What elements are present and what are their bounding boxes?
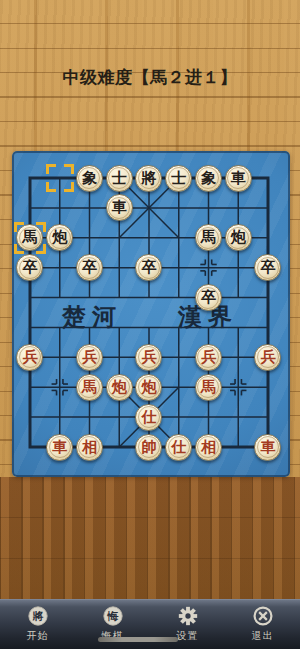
intersection-c7r7[interactable] bbox=[223, 372, 253, 402]
start-button-label: 开始 bbox=[27, 629, 49, 643]
piece-black-horse[interactable]: 馬 bbox=[16, 224, 43, 251]
intersection-c0r1[interactable] bbox=[15, 193, 45, 223]
intersection-c7r1[interactable] bbox=[223, 193, 253, 223]
start-piece-icon: 將 bbox=[27, 605, 49, 627]
intersection-c0r3[interactable]: 卒 bbox=[15, 253, 45, 283]
intersection-c7r4[interactable] bbox=[223, 283, 253, 313]
home-indicator[interactable] bbox=[98, 637, 178, 642]
intersection-c2r0[interactable]: 象 bbox=[75, 163, 105, 193]
intersection-c2r8[interactable] bbox=[75, 402, 105, 432]
intersection-c4r9[interactable]: 帥 bbox=[134, 432, 164, 462]
settings-button[interactable]: 设置 bbox=[150, 600, 225, 649]
intersection-c8r1[interactable] bbox=[253, 193, 283, 223]
intersection-c6r9[interactable]: 相 bbox=[194, 432, 224, 462]
intersection-c7r2[interactable]: 炮 bbox=[223, 223, 253, 253]
piece-red-cannon[interactable]: 炮 bbox=[135, 374, 162, 401]
intersection-c5r4[interactable] bbox=[164, 283, 194, 313]
intersection-c5r5[interactable] bbox=[164, 313, 194, 343]
bottom-toolbar: 將 开始 悔 悔棋 设置 bbox=[0, 599, 300, 649]
piece-black-advisor[interactable]: 士 bbox=[106, 165, 133, 192]
intersection-c6r3[interactable] bbox=[194, 253, 224, 283]
intersection-c8r8[interactable] bbox=[253, 402, 283, 432]
intersection-c2r4[interactable] bbox=[75, 283, 105, 313]
intersection-c3r3[interactable] bbox=[104, 253, 134, 283]
piece-red-general[interactable]: 帥 bbox=[135, 434, 162, 461]
intersection-c8r5[interactable] bbox=[253, 313, 283, 343]
piece-black-cannon[interactable]: 炮 bbox=[225, 224, 252, 251]
intersection-c6r2[interactable]: 馬 bbox=[194, 223, 224, 253]
piece-red-elephant[interactable]: 相 bbox=[195, 434, 222, 461]
intersection-c8r2[interactable] bbox=[253, 223, 283, 253]
intersection-c6r5[interactable] bbox=[194, 313, 224, 343]
intersection-c1r0[interactable] bbox=[45, 163, 75, 193]
piece-red-soldier[interactable]: 兵 bbox=[254, 344, 281, 371]
intersection-c4r3[interactable]: 卒 bbox=[134, 253, 164, 283]
intersection-c2r2[interactable] bbox=[75, 223, 105, 253]
intersection-c2r5[interactable] bbox=[75, 313, 105, 343]
intersection-c5r3[interactable] bbox=[164, 253, 194, 283]
intersection-c7r6[interactable] bbox=[223, 342, 253, 372]
intersection-c1r7[interactable] bbox=[45, 372, 75, 402]
intersection-c7r8[interactable] bbox=[223, 402, 253, 432]
app-screen: 中级难度【馬２进１】 楚河 漢界 象士將士象車車馬炮馬炮卒卒卒卒卒兵兵兵兵兵馬炮… bbox=[0, 0, 300, 649]
intersection-c3r2[interactable] bbox=[104, 223, 134, 253]
page-title: 中级难度【馬２进１】 bbox=[0, 66, 300, 89]
intersection-c5r9[interactable]: 仕 bbox=[164, 432, 194, 462]
intersection-c4r0[interactable]: 將 bbox=[134, 163, 164, 193]
intersection-c6r8[interactable] bbox=[194, 402, 224, 432]
highlight-corner bbox=[64, 182, 74, 192]
intersection-c1r1[interactable] bbox=[45, 193, 75, 223]
intersection-c3r5[interactable] bbox=[104, 313, 134, 343]
intersection-c5r8[interactable] bbox=[164, 402, 194, 432]
piece-black-soldier[interactable]: 卒 bbox=[195, 284, 222, 311]
intersection-c6r6[interactable]: 兵 bbox=[194, 342, 224, 372]
intersection-c0r8[interactable] bbox=[15, 402, 45, 432]
intersection-c3r7[interactable]: 炮 bbox=[104, 372, 134, 402]
intersection-c0r5[interactable] bbox=[15, 313, 45, 343]
intersection-c3r6[interactable] bbox=[104, 342, 134, 372]
board-cells: 象士將士象車車馬炮馬炮卒卒卒卒卒兵兵兵兵兵馬炮炮馬仕車相帥仕相車 bbox=[15, 163, 283, 462]
piece-black-cannon[interactable]: 炮 bbox=[46, 224, 73, 251]
intersection-c3r0[interactable]: 士 bbox=[104, 163, 134, 193]
intersection-c7r0[interactable]: 車 bbox=[223, 163, 253, 193]
intersection-c0r6[interactable]: 兵 bbox=[15, 342, 45, 372]
piece-black-soldier[interactable]: 卒 bbox=[135, 254, 162, 281]
xiangqi-board: 楚河 漢界 象士將士象車車馬炮馬炮卒卒卒卒卒兵兵兵兵兵馬炮炮馬仕車相帥仕相車 bbox=[12, 151, 290, 477]
piece-black-chariot[interactable]: 車 bbox=[225, 165, 252, 192]
piece-red-chariot[interactable]: 車 bbox=[254, 434, 281, 461]
intersection-c4r4[interactable] bbox=[134, 283, 164, 313]
piece-black-elephant[interactable]: 象 bbox=[76, 165, 103, 192]
intersection-c1r5[interactable] bbox=[45, 313, 75, 343]
settings-button-label: 设置 bbox=[177, 629, 199, 643]
piece-black-elephant[interactable]: 象 bbox=[195, 165, 222, 192]
undo-button[interactable]: 悔 悔棋 bbox=[75, 600, 150, 649]
intersection-c6r4[interactable]: 卒 bbox=[194, 283, 224, 313]
piece-red-elephant[interactable]: 相 bbox=[76, 434, 103, 461]
piece-red-advisor[interactable]: 仕 bbox=[135, 404, 162, 431]
svg-text:悔: 悔 bbox=[106, 610, 118, 622]
exit-button[interactable]: 退出 bbox=[225, 600, 300, 649]
intersection-c4r6[interactable]: 兵 bbox=[134, 342, 164, 372]
intersection-c0r2[interactable]: 馬 bbox=[15, 223, 45, 253]
piece-black-horse[interactable]: 馬 bbox=[195, 224, 222, 251]
intersection-c3r4[interactable] bbox=[104, 283, 134, 313]
intersection-c2r1[interactable] bbox=[75, 193, 105, 223]
intersection-c4r7[interactable]: 炮 bbox=[134, 372, 164, 402]
intersection-c6r7[interactable]: 馬 bbox=[194, 372, 224, 402]
intersection-c4r2[interactable] bbox=[134, 223, 164, 253]
intersection-c5r2[interactable] bbox=[164, 223, 194, 253]
intersection-c7r9[interactable] bbox=[223, 432, 253, 462]
piece-black-advisor[interactable]: 士 bbox=[165, 165, 192, 192]
intersection-c2r6[interactable]: 兵 bbox=[75, 342, 105, 372]
piece-red-cannon[interactable]: 炮 bbox=[106, 374, 133, 401]
intersection-c1r8[interactable] bbox=[45, 402, 75, 432]
intersection-c5r1[interactable] bbox=[164, 193, 194, 223]
piece-black-soldier[interactable]: 卒 bbox=[76, 254, 103, 281]
intersection-c6r0[interactable]: 象 bbox=[194, 163, 224, 193]
piece-black-soldier[interactable]: 卒 bbox=[254, 254, 281, 281]
intersection-c5r6[interactable] bbox=[164, 342, 194, 372]
highlight-corner bbox=[64, 164, 74, 174]
intersection-c7r3[interactable] bbox=[223, 253, 253, 283]
intersection-c3r8[interactable] bbox=[104, 402, 134, 432]
intersection-c5r7[interactable] bbox=[164, 372, 194, 402]
intersection-c6r1[interactable] bbox=[194, 193, 224, 223]
piece-red-soldier[interactable]: 兵 bbox=[76, 344, 103, 371]
piece-red-soldier[interactable]: 兵 bbox=[135, 344, 162, 371]
highlight-corner bbox=[46, 164, 56, 174]
intersection-c1r6[interactable] bbox=[45, 342, 75, 372]
highlight-corner bbox=[46, 182, 56, 192]
intersection-c2r7[interactable]: 馬 bbox=[75, 372, 105, 402]
intersection-c0r4[interactable] bbox=[15, 283, 45, 313]
intersection-c8r7[interactable] bbox=[253, 372, 283, 402]
undo-piece-icon: 悔 bbox=[102, 605, 124, 627]
intersection-c4r8[interactable]: 仕 bbox=[134, 402, 164, 432]
intersection-c2r3[interactable]: 卒 bbox=[75, 253, 105, 283]
exit-button-label: 退出 bbox=[252, 629, 274, 643]
intersection-c2r9[interactable]: 相 bbox=[75, 432, 105, 462]
last-move-from-marker bbox=[46, 164, 74, 192]
piece-black-general[interactable]: 將 bbox=[135, 165, 162, 192]
piece-black-soldier[interactable]: 卒 bbox=[16, 254, 43, 281]
piece-red-horse[interactable]: 馬 bbox=[195, 374, 222, 401]
intersection-c0r9[interactable] bbox=[15, 432, 45, 462]
intersection-c8r6[interactable]: 兵 bbox=[253, 342, 283, 372]
piece-red-advisor[interactable]: 仕 bbox=[165, 434, 192, 461]
intersection-c3r9[interactable] bbox=[104, 432, 134, 462]
intersection-c5r0[interactable]: 士 bbox=[164, 163, 194, 193]
exit-icon bbox=[252, 605, 274, 627]
intersection-c4r1[interactable] bbox=[134, 193, 164, 223]
intersection-c1r2[interactable]: 炮 bbox=[45, 223, 75, 253]
piece-red-soldier[interactable]: 兵 bbox=[16, 344, 43, 371]
intersection-c8r0[interactable] bbox=[253, 163, 283, 193]
intersection-c8r3[interactable]: 卒 bbox=[253, 253, 283, 283]
intersection-c1r3[interactable] bbox=[45, 253, 75, 283]
intersection-c8r4[interactable] bbox=[253, 283, 283, 313]
gear-icon bbox=[177, 605, 199, 627]
intersection-c8r9[interactable]: 車 bbox=[253, 432, 283, 462]
intersection-c1r4[interactable] bbox=[45, 283, 75, 313]
piece-red-soldier[interactable]: 兵 bbox=[195, 344, 222, 371]
piece-black-chariot[interactable]: 車 bbox=[106, 194, 133, 221]
intersection-c7r5[interactable] bbox=[223, 313, 253, 343]
intersection-c1r9[interactable]: 車 bbox=[45, 432, 75, 462]
intersection-c4r5[interactable] bbox=[134, 313, 164, 343]
intersection-c3r1[interactable]: 車 bbox=[104, 193, 134, 223]
start-button[interactable]: 將 开始 bbox=[0, 600, 75, 649]
piece-red-chariot[interactable]: 車 bbox=[46, 434, 73, 461]
piece-red-horse[interactable]: 馬 bbox=[76, 374, 103, 401]
intersection-c0r7[interactable] bbox=[15, 372, 45, 402]
svg-text:將: 將 bbox=[31, 610, 43, 622]
intersection-c0r0[interactable] bbox=[15, 163, 45, 193]
